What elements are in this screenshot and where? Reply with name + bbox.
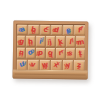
letter-tile-q[interactable]: q <box>46 52 55 54</box>
compartment-d[interactable]: dd <box>51 25 62 36</box>
compartment-u[interactable]: uu <box>16 59 27 70</box>
letter-tile-e[interactable]: e <box>63 29 73 31</box>
compartment-n[interactable]: nn <box>16 48 25 59</box>
compartment-y[interactable]: yy <box>62 60 73 71</box>
compartment-t[interactable]: tt <box>76 48 85 59</box>
letter-tile-m[interactable]: m <box>76 41 85 42</box>
compartment-a[interactable]: aa <box>17 24 28 35</box>
wood-grain-line <box>15 74 86 76</box>
letter-tile-k[interactable]: k <box>56 41 65 43</box>
compartment-v[interactable]: vv <box>28 59 39 70</box>
compartment-r[interactable]: rr <box>56 48 65 59</box>
compartment-h[interactable]: hh <box>26 36 35 47</box>
letter-tile-w[interactable]: w <box>39 64 49 65</box>
compartment-row-1: aabbccddeeff <box>16 24 85 37</box>
compartment-grid: aabbccddeeffgghhiijjkkllmmnnooppqqrrsstt… <box>16 24 86 72</box>
compartment-f[interactable]: ff <box>74 25 85 36</box>
compartment-row-3: nnooppqqrrsstt <box>16 47 85 60</box>
compartment-row-2: gghhiijjkkllmm <box>16 35 85 48</box>
compartment-g[interactable]: gg <box>17 36 26 47</box>
letter-tile-p[interactable]: p <box>36 53 45 54</box>
compartment-q[interactable]: qq <box>46 48 55 59</box>
compartment-i[interactable]: ii <box>36 36 45 47</box>
compartment-x[interactable]: xx <box>51 60 62 71</box>
compartment-m[interactable]: mm <box>76 37 85 48</box>
compartment-o[interactable]: oo <box>26 48 35 59</box>
compartment-k[interactable]: kk <box>56 36 65 47</box>
alphabet-box: aabbccddeeffgghhiijjkkllmmnnooppqqrrsstt… <box>13 20 89 79</box>
letter-tile-t[interactable]: t <box>76 53 85 55</box>
letter-tile-h[interactable]: h <box>26 41 35 42</box>
box-front-panel <box>13 69 88 79</box>
letter-tile-x[interactable]: x <box>51 64 61 67</box>
compartment-c[interactable]: cc <box>40 24 51 35</box>
compartment-s[interactable]: ss <box>66 48 75 59</box>
letter-tile-f[interactable]: f <box>74 30 84 31</box>
photo-background: aabbccddeeffgghhiijjkkllmmnnooppqqrrsstt… <box>0 0 100 100</box>
compartment-l[interactable]: ll <box>66 36 75 47</box>
compartment-z[interactable]: zz <box>74 60 85 71</box>
compartment-e[interactable]: ee <box>63 25 74 36</box>
letter-tile-z[interactable]: z <box>74 65 84 66</box>
compartment-j[interactable]: jj <box>46 36 55 47</box>
letter-tile-i[interactable]: i <box>36 41 45 43</box>
compartment-b[interactable]: bb <box>28 24 39 35</box>
compartment-w[interactable]: ww <box>39 60 50 71</box>
compartment-p[interactable]: pp <box>36 48 45 59</box>
